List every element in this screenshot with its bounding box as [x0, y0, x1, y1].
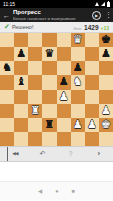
check-icon: ✓ [4, 22, 10, 32]
square-c7[interactable] [28, 47, 42, 61]
result-bar: ✓ Решено! Эло: 1429 +13 [0, 22, 113, 33]
square-d6[interactable] [42, 61, 56, 75]
square-a7[interactable] [0, 47, 14, 61]
title-block: Прогресс Белые начинают и выигрывают [13, 9, 92, 21]
square-d7[interactable]: ♛ [42, 47, 56, 61]
square-g4[interactable] [85, 90, 99, 104]
square-h4[interactable] [99, 90, 113, 104]
square-g3[interactable] [85, 104, 99, 118]
white-pawn-piece: ♟ [87, 118, 97, 132]
hint-button[interactable]: ? [64, 147, 78, 161]
status-icons [95, 2, 110, 7]
square-g6[interactable] [85, 61, 99, 75]
white-pawn-piece: ♟ [101, 104, 111, 118]
square-e1[interactable] [57, 132, 71, 146]
white-knight-piece: ♞ [73, 75, 83, 89]
square-f3[interactable] [71, 104, 85, 118]
square-b2[interactable] [14, 118, 28, 132]
black-king-piece: ♚ [101, 33, 111, 47]
square-a4[interactable] [0, 90, 14, 104]
square-d1[interactable] [42, 132, 56, 146]
status-bar: 11:15 [0, 0, 113, 8]
square-e5[interactable]: ♟ [57, 75, 71, 89]
square-d2[interactable]: ♜ [42, 118, 56, 132]
square-e3[interactable] [57, 104, 71, 118]
app-bar: ← Прогресс Белые начинают и выигрывают ▶… [0, 8, 113, 22]
square-e6[interactable] [57, 61, 71, 75]
move-toolbar: ◀◀ ↶ ? › [0, 146, 113, 162]
square-g5[interactable] [85, 75, 99, 89]
black-pawn-piece: ♟ [73, 61, 83, 75]
overflow-menu-icon[interactable]: ⋮ [105, 11, 110, 19]
square-f2[interactable]: ♟ [71, 118, 85, 132]
square-h8[interactable]: ♚ [99, 33, 113, 47]
black-queen-piece: ♛ [45, 47, 55, 61]
square-g2[interactable]: ♟ [85, 118, 99, 132]
clock-time: 11:15 [3, 0, 15, 8]
solved-status: ✓ Решено! [4, 22, 33, 32]
square-a6[interactable]: ♞ [0, 61, 14, 75]
square-b6[interactable] [14, 61, 28, 75]
forward-button[interactable]: › [92, 147, 106, 161]
square-e4[interactable]: ♟ [57, 90, 71, 104]
chess-board[interactable]: ♛♚♟♛♟♞♟♝♟♞♟♜♟♜♟♟♚ [0, 33, 113, 146]
square-h6[interactable] [99, 61, 113, 75]
square-d5[interactable] [42, 75, 56, 89]
square-c8[interactable] [28, 33, 42, 47]
wifi-icon [95, 2, 99, 6]
square-c5[interactable] [28, 75, 42, 89]
square-a3[interactable] [0, 104, 14, 118]
task-subtitle: Белые начинают и выигрывают [13, 16, 92, 21]
battery-icon [107, 2, 110, 7]
square-c2[interactable] [28, 118, 42, 132]
square-h2[interactable]: ♚ [99, 118, 113, 132]
square-b8[interactable] [14, 33, 28, 47]
square-f4[interactable] [71, 90, 85, 104]
android-nav-bar: ◀ ● ■ [0, 181, 113, 200]
square-e7[interactable] [57, 47, 71, 61]
nav-back-icon[interactable]: ◀ [38, 182, 42, 201]
go-to-start-button[interactable]: ◀◀ [7, 147, 21, 161]
white-queen-piece: ♛ [73, 33, 83, 47]
page-title: Прогресс [13, 9, 92, 16]
square-f7[interactable] [71, 47, 85, 61]
square-d3[interactable] [42, 104, 56, 118]
square-a5[interactable] [0, 75, 14, 89]
signal-icon [101, 2, 105, 6]
rating-delta: +13 [101, 25, 109, 31]
square-f6[interactable]: ♟ [71, 61, 85, 75]
square-h7[interactable]: ♟ [99, 47, 113, 61]
square-f1[interactable] [71, 132, 85, 146]
white-rook-piece: ♜ [30, 104, 40, 118]
rating-label: Эло: [73, 26, 82, 31]
back-arrow-icon[interactable]: ← [3, 12, 13, 19]
square-a8[interactable] [0, 33, 14, 47]
black-pawn-piece: ♟ [16, 47, 26, 61]
square-g8[interactable] [85, 33, 99, 47]
square-b4[interactable] [14, 90, 28, 104]
square-b1[interactable] [14, 132, 28, 146]
square-h1[interactable] [99, 132, 113, 146]
square-g1[interactable] [85, 132, 99, 146]
solved-label: Решено! [12, 24, 34, 30]
square-b7[interactable]: ♟ [14, 47, 28, 61]
play-triangle-icon: ▶ [95, 13, 98, 18]
empty-area [0, 162, 113, 181]
square-a1[interactable] [0, 132, 14, 146]
square-c3[interactable]: ♜ [28, 104, 42, 118]
square-f5[interactable]: ♞ [71, 75, 85, 89]
square-b5[interactable]: ♝ [14, 75, 28, 89]
square-f8[interactable]: ♛ [71, 33, 85, 47]
rating-value: 1429 [84, 24, 98, 31]
square-d4[interactable] [42, 90, 56, 104]
white-king-piece: ♚ [101, 118, 111, 132]
square-c1[interactable] [28, 132, 42, 146]
white-pawn-piece: ♟ [73, 118, 83, 132]
black-pawn-piece: ♟ [101, 47, 111, 61]
black-bishop-piece: ♝ [16, 75, 26, 89]
square-h3[interactable]: ♟ [99, 104, 113, 118]
square-d8[interactable] [42, 33, 56, 47]
square-e2[interactable] [57, 118, 71, 132]
nav-recents-icon[interactable]: ■ [72, 182, 75, 201]
nav-home-icon[interactable]: ● [55, 182, 58, 201]
black-knight-piece: ♞ [2, 61, 12, 75]
undo-move-button[interactable]: ↶ [35, 147, 49, 161]
play-circle-icon[interactable]: ▶ [92, 11, 101, 20]
square-c6[interactable] [28, 61, 42, 75]
black-rook-piece: ♜ [45, 118, 55, 132]
square-c4[interactable] [28, 90, 42, 104]
square-e8[interactable] [57, 33, 71, 47]
square-b3[interactable] [14, 104, 28, 118]
rating-block: Эло: 1429 +13 [73, 24, 109, 31]
square-g7[interactable] [85, 47, 99, 61]
square-h5[interactable] [99, 75, 113, 89]
white-pawn-piece: ♟ [59, 90, 69, 104]
black-pawn-piece: ♟ [59, 75, 69, 89]
square-a2[interactable] [0, 118, 14, 132]
